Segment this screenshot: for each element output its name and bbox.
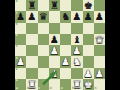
file-label-a: a: [16, 87, 18, 90]
letterbox-right: [105, 0, 120, 90]
piece-white-pawn-a3[interactable]: ♟: [15, 56, 26, 67]
square-b2[interactable]: [26, 68, 37, 79]
file-label-h: h: [95, 87, 97, 90]
piece-black-bishop-f5[interactable]: ♝: [71, 34, 82, 45]
piece-black-pawn-b7[interactable]: ♟: [26, 11, 37, 22]
square-b6[interactable]: [26, 23, 37, 34]
piece-white-king-g1[interactable]: ♚: [83, 79, 94, 90]
square-b5[interactable]: [26, 34, 37, 45]
square-g4[interactable]: [83, 45, 94, 56]
square-e4[interactable]: [60, 45, 71, 56]
piece-black-pawn-f7[interactable]: ♟: [71, 11, 82, 22]
square-b4[interactable]: [26, 45, 37, 56]
piece-white-rook-b1[interactable]: ♜: [26, 79, 37, 90]
file-label-c: c: [38, 87, 40, 90]
square-f2[interactable]: [71, 68, 82, 79]
square-d1[interactable]: d: [49, 79, 60, 90]
piece-white-knight-f3[interactable]: ♞: [71, 56, 82, 67]
square-e8[interactable]: [60, 0, 71, 11]
chess-app-screenshot: 87654321abcdefgh♜♜♚♟♟♛♞♟♟♟♟♝♛♟♟♟♟♞♝♟♟♜♜♚: [0, 0, 120, 90]
square-f8[interactable]: [71, 0, 82, 11]
piece-white-pawn-h2[interactable]: ♟: [94, 68, 105, 79]
square-c1[interactable]: c: [38, 79, 49, 90]
rank-label-5: 5: [15, 34, 17, 37]
square-c3[interactable]: [38, 56, 49, 67]
letterbox-left: [0, 0, 15, 90]
square-d7[interactable]: [49, 11, 60, 22]
square-a4[interactable]: 4: [15, 45, 26, 56]
piece-white-rook-f1[interactable]: ♜: [71, 79, 82, 90]
square-c4[interactable]: [38, 45, 49, 56]
square-e5[interactable]: [60, 34, 71, 45]
piece-black-pawn-d5[interactable]: ♟: [49, 34, 60, 45]
piece-black-rook-d8[interactable]: ♜: [49, 0, 60, 11]
rank-label-1: 1: [15, 79, 17, 82]
square-h4[interactable]: [94, 45, 105, 56]
rank-label-8: 8: [15, 0, 17, 3]
square-d3[interactable]: [49, 56, 60, 67]
file-label-d: d: [50, 87, 52, 90]
piece-white-pawn-g2[interactable]: ♟: [83, 68, 94, 79]
piece-black-pawn-a7[interactable]: ♟: [15, 11, 26, 22]
square-g6[interactable]: [83, 23, 94, 34]
piece-black-king-g8[interactable]: ♚: [83, 0, 94, 11]
piece-white-pawn-e3[interactable]: ♟: [60, 56, 71, 67]
square-c8[interactable]: [38, 0, 49, 11]
piece-white-bishop-d2[interactable]: ♝: [49, 68, 60, 79]
piece-black-queen-c7[interactable]: ♛: [38, 11, 49, 22]
square-a1[interactable]: 1a: [15, 79, 26, 90]
square-a2[interactable]: 2: [15, 68, 26, 79]
piece-black-pawn-h7[interactable]: ♟: [94, 11, 105, 22]
square-b3[interactable]: [26, 56, 37, 67]
square-g3[interactable]: [83, 56, 94, 67]
rank-label-4: 4: [15, 45, 17, 48]
square-c6[interactable]: [38, 23, 49, 34]
square-e2[interactable]: [60, 68, 71, 79]
square-g5[interactable]: [83, 34, 94, 45]
square-e1[interactable]: e: [60, 79, 71, 90]
square-d6[interactable]: [49, 23, 60, 34]
square-e6[interactable]: [60, 23, 71, 34]
square-f6[interactable]: [71, 23, 82, 34]
square-a5[interactable]: 5: [15, 34, 26, 45]
square-c5[interactable]: [38, 34, 49, 45]
square-h6[interactable]: [94, 23, 105, 34]
rank-label-6: 6: [15, 23, 17, 26]
square-a6[interactable]: 6: [15, 23, 26, 34]
piece-white-pawn-d4[interactable]: ♟: [49, 45, 60, 56]
rank-label-2: 2: [15, 68, 17, 71]
piece-white-pawn-f4[interactable]: ♟: [71, 45, 82, 56]
piece-white-queen-h5[interactable]: ♛: [94, 34, 105, 45]
square-c2[interactable]: [38, 68, 49, 79]
square-h1[interactable]: h: [94, 79, 105, 90]
piece-black-knight-e7[interactable]: ♞: [60, 11, 71, 22]
square-a8[interactable]: 8: [15, 0, 26, 11]
chess-board[interactable]: 87654321abcdefgh♜♜♚♟♟♛♞♟♟♟♟♝♛♟♟♟♟♞♝♟♟♜♜♚: [15, 0, 105, 90]
file-label-e: e: [61, 87, 63, 90]
square-h3[interactable]: [94, 56, 105, 67]
piece-black-rook-b8[interactable]: ♜: [26, 0, 37, 11]
square-h8[interactable]: [94, 0, 105, 11]
piece-black-pawn-g7[interactable]: ♟: [83, 11, 94, 22]
